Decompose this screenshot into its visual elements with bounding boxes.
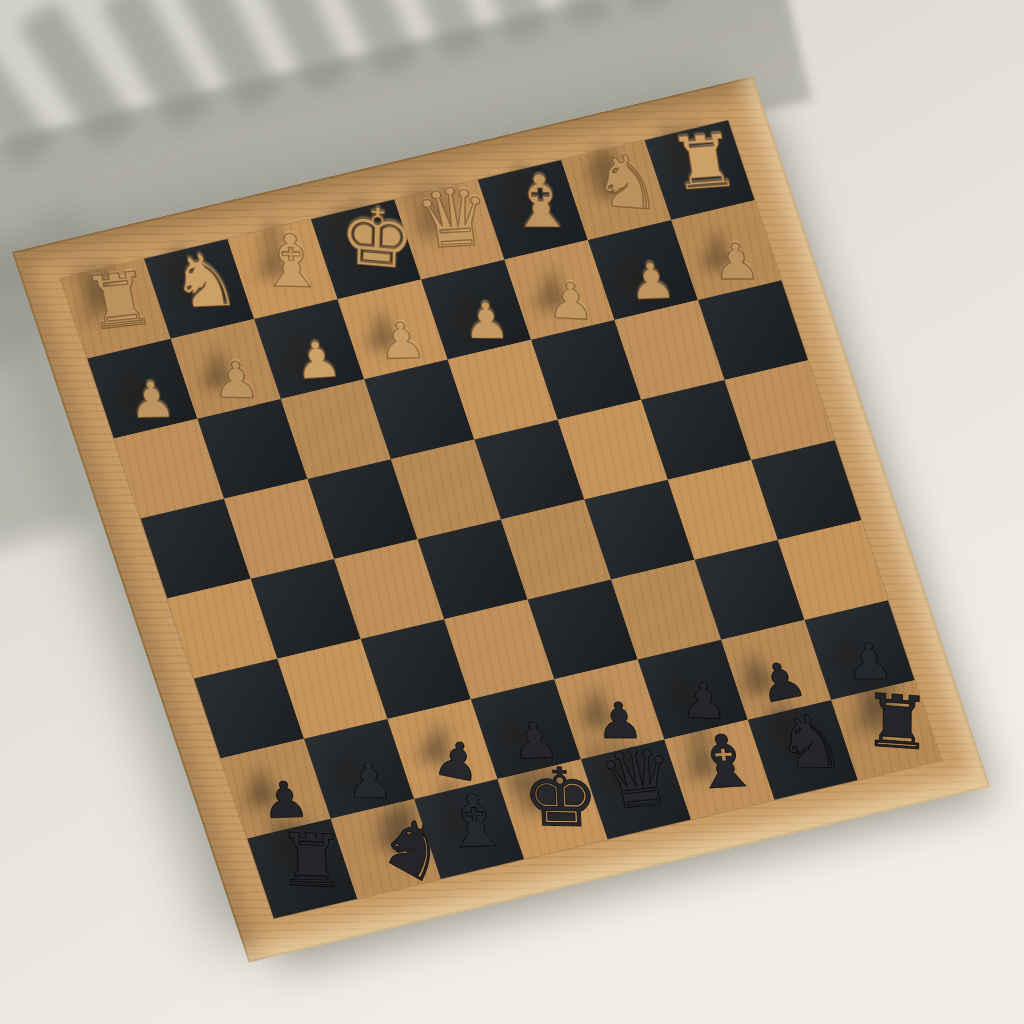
piece-white-pawn[interactable]: ♟ [290,334,344,387]
piece-white-pawn[interactable]: ♟ [711,237,762,287]
piece-white-pawn[interactable]: ♟ [461,296,511,346]
piece-white-rook[interactable]: ♜ [78,261,160,341]
piece-white-pawn[interactable]: ♟ [546,275,594,327]
piece-white-pawn[interactable]: ♟ [625,256,678,308]
piece-white-pawn[interactable]: ♟ [126,375,178,426]
piece-black-pawn[interactable]: ♟ [344,755,394,805]
piece-white-pawn[interactable]: ♟ [211,355,261,406]
scene: ♜♞♝♚♛♝♞♜♟♟♟♟♟♟♟♟♟♟♟♟♟♟♟♟♜♞♝♚♛♝♞♜ [0,0,1024,1024]
piece-black-rook[interactable]: ♜ [862,684,932,762]
piece-white-pawn[interactable]: ♟ [375,315,427,366]
piece-white-rook[interactable]: ♜ [664,124,744,202]
